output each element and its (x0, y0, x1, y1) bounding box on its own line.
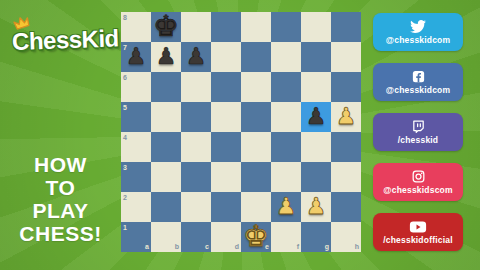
file-label-b: b (175, 243, 179, 250)
youtube-handle: /chesskidofficial (383, 235, 453, 245)
logo-text: ChessKid (12, 24, 133, 56)
piece-white-pawn: ♟ (336, 105, 357, 128)
rank-label-8: 8 (123, 14, 127, 21)
file-label-h: h (355, 243, 359, 250)
social-buttons-column: @chesskidcom @chesskidcom /chesskid (373, 13, 463, 251)
square-g2[interactable]: ♟ (301, 192, 331, 222)
square-d1[interactable]: d (211, 222, 241, 252)
rank-label-2: 2 (123, 194, 127, 201)
chesskid-logo: ChessKid (12, 26, 132, 54)
square-a7[interactable]: 7♟ (121, 42, 151, 72)
square-e8[interactable] (241, 12, 271, 42)
square-a6[interactable]: 6 (121, 72, 151, 102)
piece-black-pawn: ♟ (156, 45, 177, 68)
rank-label-5: 5 (123, 104, 127, 111)
square-b7[interactable]: ♟ (151, 42, 181, 72)
square-c4[interactable] (181, 132, 211, 162)
square-h5[interactable]: ♟ (331, 102, 361, 132)
square-g5[interactable]: ♟ (301, 102, 331, 132)
square-b2[interactable] (151, 192, 181, 222)
square-a1[interactable]: 1a (121, 222, 151, 252)
file-label-a: a (145, 243, 149, 250)
square-b8[interactable]: ♚ (151, 12, 181, 42)
rank-label-6: 6 (123, 74, 127, 81)
square-h8[interactable] (331, 12, 361, 42)
square-e1[interactable]: e♚ (241, 222, 271, 252)
twitter-bird-icon (410, 19, 426, 34)
square-a4[interactable]: 4 (121, 132, 151, 162)
square-g3[interactable] (301, 162, 331, 192)
square-h2[interactable] (331, 192, 361, 222)
square-c7[interactable]: ♟ (181, 42, 211, 72)
file-label-d: d (235, 243, 239, 250)
square-a8[interactable]: 8 (121, 12, 151, 42)
chess-board[interactable]: 8♚7♟♟♟65♟♟432♟♟1abcde♚fgh (121, 12, 361, 252)
square-f4[interactable] (271, 132, 301, 162)
square-h6[interactable] (331, 72, 361, 102)
square-d4[interactable] (211, 132, 241, 162)
piece-white-king: ♚ (243, 222, 269, 251)
square-c3[interactable] (181, 162, 211, 192)
facebook-f-icon (411, 69, 426, 84)
file-label-c: c (205, 243, 209, 250)
piece-white-pawn: ♟ (276, 195, 297, 218)
square-c1[interactable]: c (181, 222, 211, 252)
square-a5[interactable]: 5 (121, 102, 151, 132)
square-b1[interactable]: b (151, 222, 181, 252)
instagram-button[interactable]: @chesskidscom (373, 163, 463, 201)
square-d5[interactable] (211, 102, 241, 132)
rank-label-1: 1 (123, 224, 127, 231)
square-f5[interactable] (271, 102, 301, 132)
square-b4[interactable] (151, 132, 181, 162)
square-h3[interactable] (331, 162, 361, 192)
square-e7[interactable] (241, 42, 271, 72)
rank-label-3: 3 (123, 164, 127, 171)
rank-label-4: 4 (123, 134, 127, 141)
facebook-handle: @chesskidcom (386, 85, 451, 95)
youtube-button[interactable]: /chesskidofficial (373, 213, 463, 251)
square-f3[interactable] (271, 162, 301, 192)
square-a3[interactable]: 3 (121, 162, 151, 192)
square-g6[interactable] (301, 72, 331, 102)
title-line-1: HOW (0, 153, 121, 176)
square-b3[interactable] (151, 162, 181, 192)
square-d6[interactable] (211, 72, 241, 102)
square-f7[interactable] (271, 42, 301, 72)
square-e4[interactable] (241, 132, 271, 162)
square-f2[interactable]: ♟ (271, 192, 301, 222)
piece-white-pawn: ♟ (306, 195, 327, 218)
file-label-g: g (325, 243, 329, 250)
square-a2[interactable]: 2 (121, 192, 151, 222)
square-b6[interactable] (151, 72, 181, 102)
square-h7[interactable] (331, 42, 361, 72)
twitter-handle: @chesskidcom (386, 35, 451, 45)
video-title: HOW TO PLAY CHESS! (0, 153, 121, 245)
square-g4[interactable] (301, 132, 331, 162)
square-g7[interactable] (301, 42, 331, 72)
square-g8[interactable] (301, 12, 331, 42)
square-c6[interactable] (181, 72, 211, 102)
square-f8[interactable] (271, 12, 301, 42)
piece-black-pawn: ♟ (126, 45, 147, 68)
square-e6[interactable] (241, 72, 271, 102)
square-h4[interactable] (331, 132, 361, 162)
piece-black-pawn: ♟ (306, 105, 327, 128)
file-label-f: f (297, 243, 299, 250)
square-b5[interactable] (151, 102, 181, 132)
piece-black-pawn: ♟ (186, 45, 207, 68)
twitch-glitch-icon (411, 119, 426, 134)
youtube-play-icon (409, 219, 427, 234)
square-c2[interactable] (181, 192, 211, 222)
instagram-camera-icon (411, 169, 426, 184)
piece-black-king: ♚ (153, 12, 179, 41)
square-f1[interactable]: f (271, 222, 301, 252)
square-c8[interactable] (181, 12, 211, 42)
square-d7[interactable] (211, 42, 241, 72)
twitter-button[interactable]: @chesskidcom (373, 13, 463, 51)
square-e2[interactable] (241, 192, 271, 222)
square-d8[interactable] (211, 12, 241, 42)
title-line-2: TO (0, 176, 121, 199)
square-d3[interactable] (211, 162, 241, 192)
square-e3[interactable] (241, 162, 271, 192)
square-d2[interactable] (211, 192, 241, 222)
square-e5[interactable] (241, 102, 271, 132)
square-h1[interactable]: h (331, 222, 361, 252)
twitch-handle: /chesskid (398, 135, 439, 145)
square-f6[interactable] (271, 72, 301, 102)
square-c5[interactable] (181, 102, 211, 132)
title-line-4: CHESS! (0, 222, 121, 245)
square-g1[interactable]: g (301, 222, 331, 252)
title-line-3: PLAY (0, 199, 121, 222)
facebook-button[interactable]: @chesskidcom (373, 63, 463, 101)
twitch-button[interactable]: /chesskid (373, 113, 463, 151)
instagram-handle: @chesskidscom (383, 185, 452, 195)
